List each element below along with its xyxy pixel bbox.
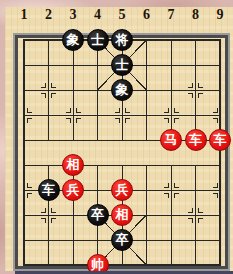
piece-black-chariot[interactable]: 车: [38, 179, 60, 201]
piece-black-advisor[interactable]: 士: [111, 54, 133, 76]
xiangqi-app-screen: 123456789 象士将士象马车车相车兵兵卒相卒帅: [0, 0, 233, 274]
piece-red-horse[interactable]: 马: [160, 129, 182, 151]
piece-black-elephant[interactable]: 象: [62, 29, 84, 51]
piece-black-advisor[interactable]: 士: [87, 29, 109, 51]
piece-black-general[interactable]: 将: [111, 29, 133, 51]
piece-red-elephant[interactable]: 相: [111, 204, 133, 226]
piece-black-pawn[interactable]: 卒: [87, 204, 109, 226]
piece-red-pawn[interactable]: 兵: [111, 179, 133, 201]
piece-red-pawn[interactable]: 兵: [62, 179, 84, 201]
piece-black-elephant[interactable]: 象: [111, 79, 133, 101]
piece-black-pawn[interactable]: 卒: [111, 229, 133, 251]
piece-red-chariot[interactable]: 车: [185, 129, 207, 151]
piece-red-elephant[interactable]: 相: [62, 154, 84, 176]
piece-red-chariot[interactable]: 车: [209, 129, 231, 151]
board[interactable]: 象士将士象马车车相车兵兵卒相卒帅: [12, 28, 233, 274]
